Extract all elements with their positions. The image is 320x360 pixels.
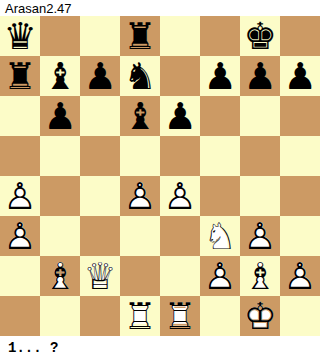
square-a5[interactable] — [0, 136, 40, 176]
square-d5[interactable] — [120, 136, 160, 176]
piece-black-knight: ♞ — [120, 56, 160, 96]
piece-fill-layer: ♟ — [280, 256, 320, 296]
square-b3[interactable] — [40, 216, 80, 256]
piece-outline-layer: ♙ — [0, 176, 40, 216]
piece-fill-layer: ♟ — [200, 56, 240, 96]
square-a7[interactable]: ♜ — [0, 56, 40, 96]
piece-black-pawn: ♟ — [40, 96, 80, 136]
square-a2[interactable] — [0, 256, 40, 296]
square-c6[interactable] — [80, 96, 120, 136]
piece-outline-layer: ♙ — [120, 176, 160, 216]
square-g2[interactable]: ♝♗ — [240, 256, 280, 296]
square-e4[interactable]: ♟♙ — [160, 176, 200, 216]
square-e1[interactable]: ♜♖ — [160, 296, 200, 336]
piece-black-bishop: ♝ — [120, 96, 160, 136]
piece-fill-layer: ♛ — [80, 256, 120, 296]
piece-black-rook: ♜ — [0, 56, 40, 96]
piece-outline-layer: ♖ — [160, 296, 200, 336]
piece-outline-layer: ♕ — [80, 256, 120, 296]
piece-outline-layer: ♗ — [40, 256, 80, 296]
square-f8[interactable] — [200, 16, 240, 56]
square-e2[interactable] — [160, 256, 200, 296]
piece-fill-layer: ♟ — [240, 216, 280, 256]
square-b8[interactable] — [40, 16, 80, 56]
piece-black-king: ♚ — [240, 16, 280, 56]
square-b6[interactable]: ♟ — [40, 96, 80, 136]
piece-fill-layer: ♝ — [40, 256, 80, 296]
piece-fill-layer: ♟ — [280, 56, 320, 96]
square-h4[interactable] — [280, 176, 320, 216]
piece-white-pawn: ♟♙ — [200, 256, 240, 296]
square-h1[interactable] — [280, 296, 320, 336]
piece-fill-layer: ♞ — [200, 216, 240, 256]
piece-black-pawn: ♟ — [80, 56, 120, 96]
piece-outline-layer: ♖ — [120, 296, 160, 336]
square-g7[interactable]: ♟ — [240, 56, 280, 96]
square-g4[interactable] — [240, 176, 280, 216]
piece-fill-layer: ♝ — [40, 56, 80, 96]
piece-outline-layer: ♙ — [280, 256, 320, 296]
square-h6[interactable] — [280, 96, 320, 136]
piece-outline-layer: ♙ — [0, 216, 40, 256]
piece-white-pawn: ♟♙ — [280, 256, 320, 296]
square-c3[interactable] — [80, 216, 120, 256]
square-d2[interactable] — [120, 256, 160, 296]
piece-fill-layer: ♟ — [240, 56, 280, 96]
piece-black-pawn: ♟ — [280, 56, 320, 96]
square-b7[interactable]: ♝ — [40, 56, 80, 96]
piece-fill-layer: ♟ — [200, 256, 240, 296]
square-g6[interactable] — [240, 96, 280, 136]
square-c2[interactable]: ♛♕ — [80, 256, 120, 296]
square-f3[interactable]: ♞♘ — [200, 216, 240, 256]
square-d1[interactable]: ♜♖ — [120, 296, 160, 336]
piece-fill-layer: ♟ — [40, 96, 80, 136]
piece-fill-layer: ♚ — [240, 16, 280, 56]
title-bar: Arasan2.47 — [0, 0, 320, 16]
square-b5[interactable] — [40, 136, 80, 176]
piece-fill-layer: ♟ — [80, 56, 120, 96]
piece-fill-layer: ♝ — [120, 96, 160, 136]
square-c1[interactable] — [80, 296, 120, 336]
piece-fill-layer: ♟ — [0, 216, 40, 256]
square-h5[interactable] — [280, 136, 320, 176]
square-c7[interactable]: ♟ — [80, 56, 120, 96]
piece-black-pawn: ♟ — [200, 56, 240, 96]
square-h8[interactable] — [280, 16, 320, 56]
piece-black-pawn: ♟ — [160, 96, 200, 136]
square-f7[interactable]: ♟ — [200, 56, 240, 96]
piece-fill-layer: ♟ — [0, 176, 40, 216]
piece-outline-layer: ♙ — [240, 216, 280, 256]
piece-fill-layer: ♜ — [0, 56, 40, 96]
square-g1[interactable]: ♚♔ — [240, 296, 280, 336]
move-prompt: 1... ? — [0, 340, 58, 356]
piece-black-bishop: ♝ — [40, 56, 80, 96]
square-f5[interactable] — [200, 136, 240, 176]
square-a6[interactable] — [0, 96, 40, 136]
piece-outline-layer: ♙ — [200, 256, 240, 296]
piece-white-queen: ♛♕ — [80, 256, 120, 296]
piece-white-bishop: ♝♗ — [240, 256, 280, 296]
square-d7[interactable]: ♞ — [120, 56, 160, 96]
piece-white-pawn: ♟♙ — [160, 176, 200, 216]
piece-fill-layer: ♜ — [160, 296, 200, 336]
square-f2[interactable]: ♟♙ — [200, 256, 240, 296]
square-b1[interactable] — [40, 296, 80, 336]
square-d4[interactable]: ♟♙ — [120, 176, 160, 216]
piece-white-pawn: ♟♙ — [0, 216, 40, 256]
square-d3[interactable] — [120, 216, 160, 256]
square-e7[interactable] — [160, 56, 200, 96]
square-a1[interactable] — [0, 296, 40, 336]
chess-board: ♛♜♚♜♝♟♞♟♟♟♟♝♟♟♙♟♙♟♙♟♙♞♘♟♙♝♗♛♕♟♙♝♗♟♙♜♖♜♖♚… — [0, 16, 320, 336]
status-bar: 1... ? — [0, 336, 320, 360]
piece-fill-layer: ♜ — [120, 16, 160, 56]
piece-fill-layer: ♟ — [160, 176, 200, 216]
square-a4[interactable]: ♟♙ — [0, 176, 40, 216]
square-e5[interactable] — [160, 136, 200, 176]
square-g8[interactable]: ♚ — [240, 16, 280, 56]
square-c4[interactable] — [80, 176, 120, 216]
square-h3[interactable] — [280, 216, 320, 256]
piece-white-pawn: ♟♙ — [120, 176, 160, 216]
piece-black-rook: ♜ — [120, 16, 160, 56]
square-h7[interactable]: ♟ — [280, 56, 320, 96]
square-e8[interactable] — [160, 16, 200, 56]
piece-white-rook: ♜♖ — [120, 296, 160, 336]
square-f4[interactable] — [200, 176, 240, 216]
piece-fill-layer: ♟ — [120, 176, 160, 216]
square-b2[interactable]: ♝♗ — [40, 256, 80, 296]
piece-fill-layer: ♚ — [240, 296, 280, 336]
square-d8[interactable]: ♜ — [120, 16, 160, 56]
square-a8[interactable]: ♛ — [0, 16, 40, 56]
piece-black-queen: ♛ — [0, 16, 40, 56]
piece-outline-layer: ♗ — [240, 256, 280, 296]
piece-fill-layer: ♞ — [120, 56, 160, 96]
arasan-window: Arasan2.47 ♛♜♚♜♝♟♞♟♟♟♟♝♟♟♙♟♙♟♙♟♙♞♘♟♙♝♗♛♕… — [0, 0, 320, 360]
square-b4[interactable] — [40, 176, 80, 216]
square-h2[interactable]: ♟♙ — [280, 256, 320, 296]
piece-fill-layer: ♝ — [240, 256, 280, 296]
engine-title: Arasan2.47 — [0, 1, 72, 16]
piece-white-bishop: ♝♗ — [40, 256, 80, 296]
piece-white-rook: ♜♖ — [160, 296, 200, 336]
piece-outline-layer: ♘ — [200, 216, 240, 256]
piece-fill-layer: ♛ — [0, 16, 40, 56]
square-f1[interactable] — [200, 296, 240, 336]
piece-outline-layer: ♔ — [240, 296, 280, 336]
piece-white-pawn: ♟♙ — [240, 216, 280, 256]
piece-black-pawn: ♟ — [240, 56, 280, 96]
piece-fill-layer: ♜ — [120, 296, 160, 336]
piece-outline-layer: ♙ — [160, 176, 200, 216]
piece-white-king: ♚♔ — [240, 296, 280, 336]
square-g5[interactable] — [240, 136, 280, 176]
square-a3[interactable]: ♟♙ — [0, 216, 40, 256]
piece-fill-layer: ♟ — [160, 96, 200, 136]
square-f6[interactable] — [200, 96, 240, 136]
square-g3[interactable]: ♟♙ — [240, 216, 280, 256]
piece-white-pawn: ♟♙ — [0, 176, 40, 216]
square-e6[interactable]: ♟ — [160, 96, 200, 136]
square-c5[interactable] — [80, 136, 120, 176]
square-e3[interactable] — [160, 216, 200, 256]
square-d6[interactable]: ♝ — [120, 96, 160, 136]
square-c8[interactable] — [80, 16, 120, 56]
piece-white-knight: ♞♘ — [200, 216, 240, 256]
